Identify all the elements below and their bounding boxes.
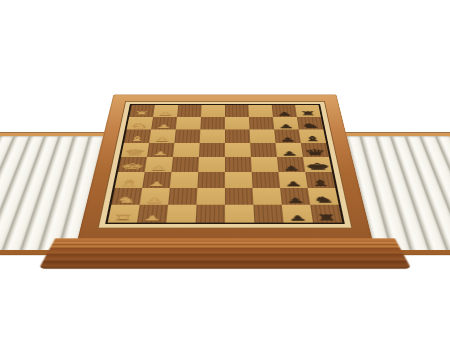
board-square[interactable] [248, 105, 273, 117]
board-square[interactable] [225, 172, 253, 188]
black-knight[interactable]: ♞ [300, 123, 320, 129]
board-square[interactable] [171, 157, 199, 172]
white-queen[interactable]: ♛ [122, 148, 147, 156]
board-square[interactable] [249, 117, 274, 130]
board-square[interactable] [200, 129, 225, 142]
board-square[interactable] [200, 117, 225, 130]
black-bishop[interactable]: ♝ [302, 135, 324, 142]
board-square[interactable]: ♚ [118, 157, 147, 172]
black-knight[interactable]: ♞ [312, 196, 336, 204]
board-square[interactable] [225, 117, 250, 130]
board-square[interactable]: ♜ [310, 205, 342, 223]
black-pawn[interactable]: ♟ [288, 214, 308, 221]
board-square[interactable]: ♟ [149, 129, 176, 142]
board-square[interactable] [201, 105, 225, 117]
board-square[interactable]: ♟ [145, 157, 173, 172]
white-pawn[interactable]: ♟ [142, 214, 162, 221]
board-square[interactable]: ♞ [111, 188, 142, 205]
board-square[interactable] [251, 157, 279, 172]
board-square[interactable] [253, 188, 282, 205]
board-square[interactable]: ♟ [274, 129, 301, 142]
board-square[interactable] [225, 157, 252, 172]
black-pawn[interactable]: ♟ [276, 111, 292, 116]
board-square[interactable]: ♛ [121, 143, 149, 157]
board-square[interactable] [168, 188, 197, 205]
board-square[interactable]: ♞ [297, 117, 324, 130]
board-square[interactable]: ♟ [147, 143, 174, 157]
board-square[interactable] [252, 172, 280, 188]
board-square[interactable] [225, 188, 253, 205]
white-knight[interactable]: ♞ [129, 123, 149, 129]
black-pawn[interactable]: ♟ [286, 197, 305, 204]
black-pawn[interactable]: ♟ [281, 151, 299, 157]
black-pawn[interactable]: ♟ [282, 165, 300, 171]
black-queen[interactable]: ♛ [303, 148, 328, 156]
board-square[interactable] [170, 172, 198, 188]
white-king[interactable]: ♚ [119, 162, 146, 171]
board-square[interactable]: ♝ [305, 172, 335, 188]
board-square[interactable]: ♚ [303, 157, 332, 172]
black-pawn[interactable]: ♟ [284, 181, 303, 188]
board-square[interactable] [197, 188, 225, 205]
board-square[interactable] [174, 129, 200, 142]
board-square[interactable] [253, 205, 283, 223]
board-square[interactable]: ♟ [280, 188, 310, 205]
board-square[interactable] [196, 205, 225, 223]
board-square[interactable]: ♟ [151, 117, 177, 130]
board-square[interactable] [176, 117, 201, 130]
white-pawn[interactable]: ♟ [155, 124, 172, 129]
board-square[interactable] [225, 205, 254, 223]
white-pawn[interactable]: ♟ [149, 165, 167, 171]
chess-set-photo: ♜♟♟♜♞♟♟♞♝♟♟♝♛♟♟♛♚♟♟♚♝♟♟♝♞♟♟♞♜♟♟♜ [0, 0, 450, 338]
board-square[interactable]: ♟ [279, 172, 308, 188]
board-square[interactable]: ♝ [115, 172, 145, 188]
box-base-molding [39, 238, 412, 269]
board-square[interactable]: ♞ [127, 117, 154, 130]
black-rook[interactable]: ♜ [316, 214, 339, 222]
board-square[interactable]: ♜ [295, 105, 321, 117]
black-king[interactable]: ♚ [304, 162, 331, 171]
board-square[interactable] [166, 205, 196, 223]
white-rook[interactable]: ♜ [112, 214, 135, 222]
board-square[interactable]: ♜ [108, 205, 140, 223]
board-square[interactable] [177, 105, 202, 117]
black-pawn[interactable]: ♟ [279, 137, 296, 143]
white-pawn[interactable]: ♟ [154, 137, 171, 143]
board-square[interactable] [250, 143, 277, 157]
board-square[interactable]: ♟ [142, 172, 171, 188]
board-square[interactable] [198, 157, 225, 172]
board-square[interactable] [250, 129, 276, 142]
board-square[interactable]: ♟ [272, 105, 297, 117]
board-square[interactable]: ♝ [299, 129, 326, 142]
board-square[interactable]: ♟ [137, 205, 168, 223]
white-bishop[interactable]: ♝ [126, 135, 148, 142]
black-bishop[interactable]: ♝ [309, 179, 333, 187]
board-square[interactable] [197, 172, 225, 188]
chess-box-top: ♜♟♟♜♞♟♟♞♝♟♟♝♛♟♟♛♚♟♟♚♝♟♟♝♞♟♟♞♜♟♟♜ [78, 95, 373, 240]
board-square[interactable] [225, 143, 251, 157]
black-rook[interactable]: ♜ [299, 111, 317, 117]
board-square[interactable]: ♞ [308, 188, 339, 205]
white-pawn[interactable]: ♟ [147, 181, 166, 188]
white-pawn[interactable]: ♟ [145, 197, 164, 204]
board-square[interactable] [225, 129, 250, 142]
board-square[interactable]: ♝ [124, 129, 151, 142]
board-square[interactable]: ♟ [282, 205, 313, 223]
white-pawn[interactable]: ♟ [152, 151, 170, 157]
board-square[interactable]: ♟ [277, 157, 305, 172]
board-square[interactable]: ♜ [129, 105, 155, 117]
white-rook[interactable]: ♜ [133, 111, 151, 117]
board-grid: ♜♟♟♜♞♟♟♞♝♟♟♝♛♟♟♛♚♟♟♚♝♟♟♝♞♟♟♞♜♟♟♜ [108, 105, 343, 223]
board-square[interactable]: ♛ [301, 143, 329, 157]
board-square[interactable]: ♟ [276, 143, 303, 157]
board-square[interactable]: ♟ [140, 188, 170, 205]
board-square[interactable]: ♟ [273, 117, 299, 130]
board-3d-stage: ♜♟♟♜♞♟♟♞♝♟♟♝♛♟♟♛♚♟♟♚♝♟♟♝♞♟♟♞♜♟♟♜ [78, 95, 373, 240]
white-pawn[interactable]: ♟ [157, 111, 173, 116]
white-knight[interactable]: ♞ [114, 196, 138, 204]
black-pawn[interactable]: ♟ [278, 124, 295, 129]
board-square[interactable] [173, 143, 200, 157]
board-square[interactable] [225, 105, 249, 117]
board-square[interactable]: ♟ [153, 105, 178, 117]
white-bishop[interactable]: ♝ [117, 179, 141, 187]
board-square[interactable] [199, 143, 225, 157]
